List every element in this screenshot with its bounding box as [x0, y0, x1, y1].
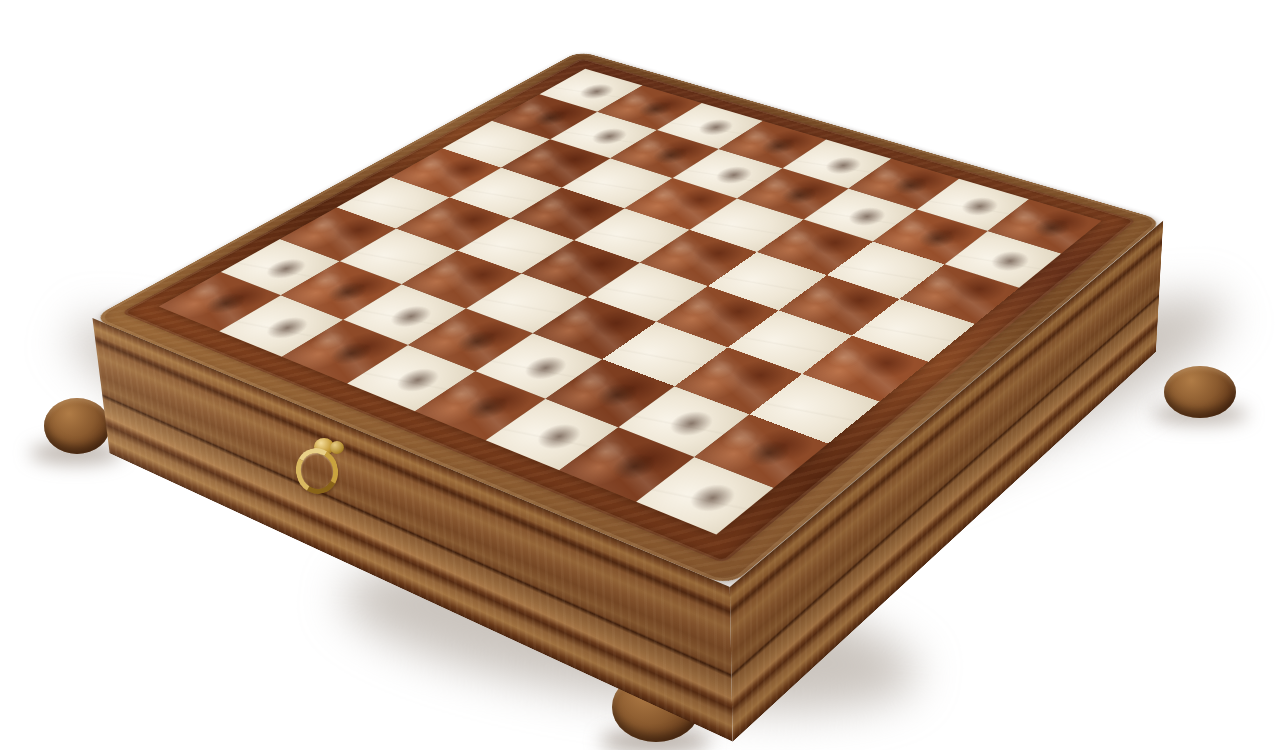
silver-pawn-glyph: ♟: [958, 158, 1051, 262]
drawer-ring-pull[interactable]: [292, 436, 352, 502]
chess-set-scene: ♜♟♟♜♞♟♟♞♝♟♟♝♚♟♟♚♛♟♟♛♝♟♟♝♞♟♟♞♜♟♟♜: [0, 0, 1280, 750]
gold-rook-glyph: ♜: [638, 346, 775, 498]
ring-pull-knob: [330, 441, 344, 454]
